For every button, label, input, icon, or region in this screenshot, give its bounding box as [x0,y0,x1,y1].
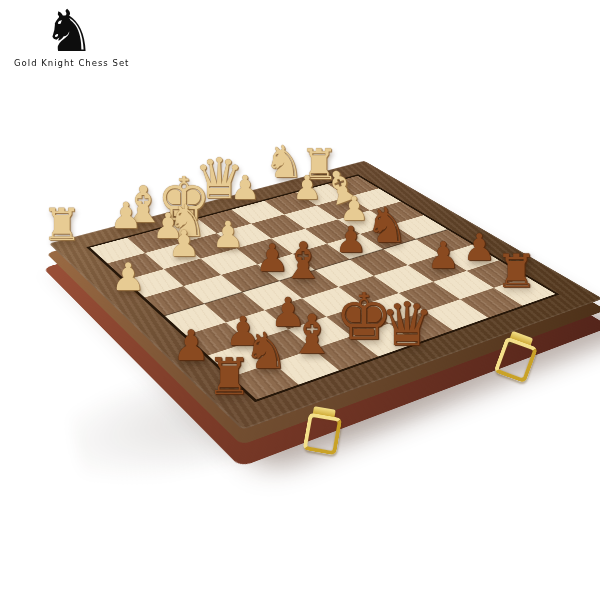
brand-logo: ♞ Gold Knight Chess Set [14,2,124,68]
clasp-loop [302,412,342,455]
front-edge-clasp [302,405,343,455]
brand-text: Gold Knight Chess Set [14,58,124,68]
knight-logo-icon: ♞ [14,2,124,60]
product-photo-canvas: ♞ Gold Knight Chess Set ♜♝♛♞♜♚♝♟♟♟♟♟♞♟♟♟… [0,0,600,600]
